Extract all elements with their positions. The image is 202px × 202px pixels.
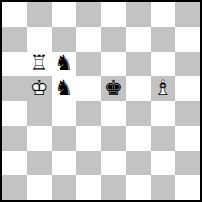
square-e1[interactable]: [101, 175, 126, 200]
square-d7[interactable]: [76, 27, 101, 52]
square-f1[interactable]: [126, 175, 151, 200]
square-a5[interactable]: [2, 76, 27, 101]
square-g1[interactable]: [151, 175, 176, 200]
square-b2[interactable]: [27, 151, 52, 176]
square-b1[interactable]: [27, 175, 52, 200]
square-e5[interactable]: ♚: [101, 76, 126, 101]
square-b5[interactable]: ♚♔: [27, 76, 52, 101]
square-g8[interactable]: [151, 2, 176, 27]
square-c3[interactable]: [52, 126, 77, 151]
square-c7[interactable]: [52, 27, 77, 52]
square-b7[interactable]: [27, 27, 52, 52]
square-e3[interactable]: [101, 126, 126, 151]
square-d6[interactable]: [76, 52, 101, 77]
square-f7[interactable]: [126, 27, 151, 52]
square-g3[interactable]: [151, 126, 176, 151]
black-knight-piece[interactable]: ♞: [52, 76, 77, 101]
square-h2[interactable]: [175, 151, 200, 176]
square-h6[interactable]: [175, 52, 200, 77]
square-g5[interactable]: ♝♗: [151, 76, 176, 101]
square-c4[interactable]: [52, 101, 77, 126]
square-b6[interactable]: ♜♖: [27, 52, 52, 77]
square-d4[interactable]: [76, 101, 101, 126]
square-d8[interactable]: [76, 2, 101, 27]
square-a4[interactable]: [2, 101, 27, 126]
chess-diagram: ♜♖♞♚♔♞♚♝♗: [0, 0, 202, 202]
square-d5[interactable]: [76, 76, 101, 101]
square-h4[interactable]: [175, 101, 200, 126]
square-f6[interactable]: [126, 52, 151, 77]
square-a1[interactable]: [2, 175, 27, 200]
black-king-piece[interactable]: ♚: [101, 76, 126, 101]
square-h8[interactable]: [175, 2, 200, 27]
square-c2[interactable]: [52, 151, 77, 176]
square-a7[interactable]: [2, 27, 27, 52]
square-d3[interactable]: [76, 126, 101, 151]
square-b8[interactable]: [27, 2, 52, 27]
square-e8[interactable]: [101, 2, 126, 27]
square-g7[interactable]: [151, 27, 176, 52]
square-a3[interactable]: [2, 126, 27, 151]
square-c6[interactable]: ♞: [52, 52, 77, 77]
square-c5[interactable]: ♞: [52, 76, 77, 101]
square-f8[interactable]: [126, 2, 151, 27]
black-knight-glyph: ♞: [54, 53, 73, 74]
square-e7[interactable]: [101, 27, 126, 52]
square-e4[interactable]: [101, 101, 126, 126]
square-b4[interactable]: [27, 101, 52, 126]
square-f5[interactable]: [126, 76, 151, 101]
square-d1[interactable]: [76, 175, 101, 200]
black-king-glyph: ♚: [104, 77, 123, 98]
square-a2[interactable]: [2, 151, 27, 176]
square-f3[interactable]: [126, 126, 151, 151]
square-a6[interactable]: [2, 52, 27, 77]
square-h7[interactable]: [175, 27, 200, 52]
black-knight-glyph: ♞: [54, 77, 73, 98]
square-h3[interactable]: [175, 126, 200, 151]
white-bishop-glyph: ♗: [153, 77, 172, 98]
black-knight-piece[interactable]: ♞: [52, 52, 77, 77]
square-g6[interactable]: [151, 52, 176, 77]
square-f4[interactable]: [126, 101, 151, 126]
square-c1[interactable]: [52, 175, 77, 200]
chess-board: ♜♖♞♚♔♞♚♝♗: [0, 0, 202, 202]
square-g4[interactable]: [151, 101, 176, 126]
square-a8[interactable]: [2, 2, 27, 27]
square-h1[interactable]: [175, 175, 200, 200]
white-king-piece[interactable]: ♚♔: [27, 76, 52, 101]
square-c8[interactable]: [52, 2, 77, 27]
square-h5[interactable]: [175, 76, 200, 101]
square-e2[interactable]: [101, 151, 126, 176]
square-d2[interactable]: [76, 151, 101, 176]
white-rook-glyph: ♖: [30, 53, 49, 74]
square-b3[interactable]: [27, 126, 52, 151]
square-e6[interactable]: [101, 52, 126, 77]
white-rook-piece[interactable]: ♜♖: [27, 52, 52, 77]
white-king-glyph: ♔: [30, 77, 49, 98]
white-bishop-piece[interactable]: ♝♗: [151, 76, 176, 101]
square-g2[interactable]: [151, 151, 176, 176]
square-f2[interactable]: [126, 151, 151, 176]
